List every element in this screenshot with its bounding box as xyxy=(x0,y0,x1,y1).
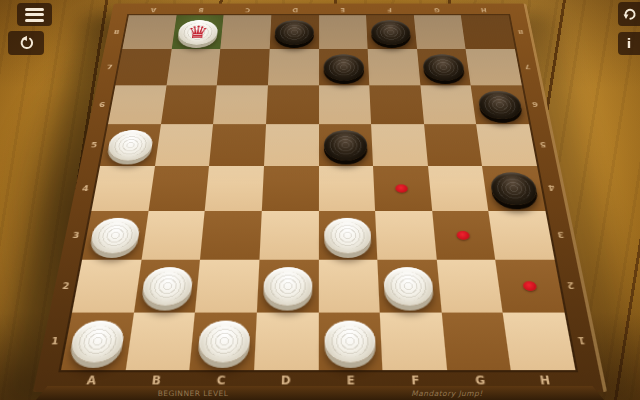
square-D5[interactable] xyxy=(264,124,319,166)
file-label-top-H: H xyxy=(459,4,508,16)
square-A6[interactable] xyxy=(108,85,166,124)
white-man-F2[interactable] xyxy=(384,267,435,305)
square-A3[interactable] xyxy=(82,211,148,260)
square-C6[interactable] xyxy=(213,85,268,124)
rotate-icon xyxy=(18,35,35,52)
square-A4[interactable] xyxy=(91,166,154,211)
black-man-F8[interactable] xyxy=(371,20,412,45)
rotate-board-button[interactable] xyxy=(8,31,44,55)
square-C7[interactable] xyxy=(217,49,270,85)
white-king-B8[interactable]: ♛ xyxy=(177,20,219,45)
black-man-H4[interactable] xyxy=(489,172,539,205)
undo-button[interactable] xyxy=(618,2,640,26)
square-D6[interactable] xyxy=(266,85,319,124)
square-D8[interactable] xyxy=(270,15,319,49)
info-icon: i xyxy=(627,36,631,51)
square-F2[interactable] xyxy=(377,260,441,313)
square-G7[interactable] xyxy=(417,49,471,85)
square-F7[interactable] xyxy=(368,49,420,85)
square-E3[interactable] xyxy=(318,211,377,260)
file-label-top-B: B xyxy=(176,4,225,16)
move-hint-dot-F4[interactable] xyxy=(396,184,409,192)
white-man-A1[interactable] xyxy=(69,320,127,362)
square-B4[interactable] xyxy=(148,166,209,211)
square-H6[interactable] xyxy=(471,85,529,124)
square-B3[interactable] xyxy=(141,211,205,260)
file-label-top-A: A xyxy=(129,4,178,16)
file-labels-top: ABCDEFGH xyxy=(129,4,509,16)
square-H8[interactable] xyxy=(461,15,515,49)
square-F3[interactable] xyxy=(375,211,436,260)
square-C2[interactable] xyxy=(195,260,259,313)
square-E1[interactable] xyxy=(318,313,382,371)
square-B6[interactable] xyxy=(161,85,217,124)
square-B2[interactable] xyxy=(134,260,201,313)
checkers-board: ♛ ABCDEFGH ABCDEFGH 87654321 87654321 xyxy=(33,4,607,393)
white-man-C1[interactable] xyxy=(197,320,251,362)
board-squares: ♛ xyxy=(61,15,575,370)
square-D3[interactable] xyxy=(259,211,318,260)
undo-icon xyxy=(621,6,637,22)
white-man-A3[interactable] xyxy=(89,217,142,252)
square-G8[interactable] xyxy=(414,15,466,49)
file-label-top-G: G xyxy=(413,4,462,16)
square-H3[interactable] xyxy=(489,211,555,260)
black-man-E7[interactable] xyxy=(323,54,364,80)
square-H7[interactable] xyxy=(466,49,522,85)
square-H4[interactable] xyxy=(482,166,545,211)
square-F8[interactable] xyxy=(366,15,417,49)
square-B8[interactable]: ♛ xyxy=(171,15,223,49)
square-E4[interactable] xyxy=(318,166,375,211)
square-E7[interactable] xyxy=(319,49,370,85)
white-man-A5[interactable] xyxy=(106,130,154,160)
square-C8[interactable] xyxy=(220,15,271,49)
menu-icon xyxy=(25,8,44,11)
black-man-E5[interactable] xyxy=(324,130,368,160)
square-B1[interactable] xyxy=(125,313,195,371)
info-button[interactable]: i xyxy=(618,32,640,55)
square-E2[interactable] xyxy=(318,260,380,313)
square-G2[interactable] xyxy=(437,260,504,313)
square-H1[interactable] xyxy=(503,313,575,371)
menu-button[interactable] xyxy=(17,3,52,26)
square-D7[interactable] xyxy=(268,49,319,85)
square-G1[interactable] xyxy=(441,313,511,371)
square-E5[interactable] xyxy=(319,124,374,166)
file-label-top-D: D xyxy=(271,4,318,16)
square-B7[interactable] xyxy=(166,49,220,85)
move-hint-dot-H2[interactable] xyxy=(522,281,537,291)
square-H2[interactable] xyxy=(496,260,565,313)
square-E6[interactable] xyxy=(319,85,372,124)
white-man-E1[interactable] xyxy=(324,320,376,362)
square-A8[interactable] xyxy=(122,15,176,49)
square-F5[interactable] xyxy=(371,124,428,166)
square-A7[interactable] xyxy=(115,49,171,85)
move-hint-dot-G3[interactable] xyxy=(456,230,470,239)
square-F6[interactable] xyxy=(369,85,423,124)
square-G3[interactable] xyxy=(432,211,496,260)
square-G6[interactable] xyxy=(420,85,476,124)
square-A1[interactable] xyxy=(61,313,134,371)
black-man-D8[interactable] xyxy=(275,20,315,45)
square-C5[interactable] xyxy=(209,124,266,166)
file-label-top-E: E xyxy=(319,4,366,16)
square-B5[interactable] xyxy=(155,124,214,166)
square-E8[interactable] xyxy=(319,15,368,49)
square-C4[interactable] xyxy=(205,166,264,211)
square-A2[interactable] xyxy=(72,260,141,313)
square-F1[interactable] xyxy=(380,313,447,371)
square-G5[interactable] xyxy=(424,124,483,166)
square-C3[interactable] xyxy=(200,211,261,260)
square-D2[interactable] xyxy=(257,260,319,313)
mandatory-jump-message: Mandatory Jump! xyxy=(357,386,537,400)
square-C1[interactable] xyxy=(190,313,257,371)
square-G4[interactable] xyxy=(428,166,489,211)
file-label-top-F: F xyxy=(366,4,414,16)
square-D4[interactable] xyxy=(262,166,319,211)
file-label-top-C: C xyxy=(224,4,272,16)
square-H5[interactable] xyxy=(476,124,537,166)
black-man-G7[interactable] xyxy=(422,54,465,80)
white-man-D2[interactable] xyxy=(263,267,313,305)
white-man-E3[interactable] xyxy=(324,217,371,252)
board-front-edge: BEGINNER LEVEL Mandatory Jump! xyxy=(36,386,604,400)
board-3d-wrapper: ♛ ABCDEFGH ABCDEFGH 87654321 87654321 xyxy=(33,4,607,393)
black-man-H6[interactable] xyxy=(477,91,523,119)
white-man-B2[interactable] xyxy=(141,267,194,305)
king-crown-icon: ♛ xyxy=(177,20,219,45)
difficulty-label: BEGINNER LEVEL xyxy=(103,386,283,400)
square-D1[interactable] xyxy=(254,313,318,371)
square-F4[interactable] xyxy=(373,166,432,211)
square-A5[interactable] xyxy=(100,124,161,166)
